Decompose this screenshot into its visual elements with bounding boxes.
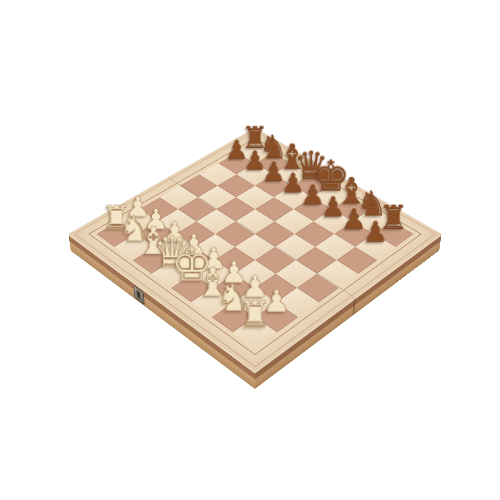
square-g7: ♟ [334, 221, 374, 246]
board-squares: ♜♞♝♛♚♝♞♜♟♟♟♟♟♟♟♟♟♟♟♟♟♟♟♟♜♞♝♛♚♝♞♜ [97, 142, 414, 348]
box-side-seam [353, 298, 356, 316]
board-top-face: ♜♞♝♛♚♝♞♜♟♟♟♟♟♟♟♟♟♟♟♟♟♟♟♟♜♞♝♛♚♝♞♜ [68, 128, 441, 372]
black-rook-a8: ♜ [229, 123, 280, 153]
chess-set-photo: ♜♞♝♛♚♝♞♜♟♟♟♟♟♟♟♟♟♟♟♟♟♟♟♟♜♞♝♛♚♝♞♜ [0, 0, 500, 500]
square-b4 [178, 197, 217, 221]
square-b2: ♟ [136, 221, 176, 246]
chess-board: ♜♞♝♛♚♝♞♜♟♟♟♟♟♟♟♟♟♟♟♟♟♟♟♟♜♞♝♛♚♝♞♜ [68, 128, 441, 372]
square-h4 [297, 274, 339, 303]
